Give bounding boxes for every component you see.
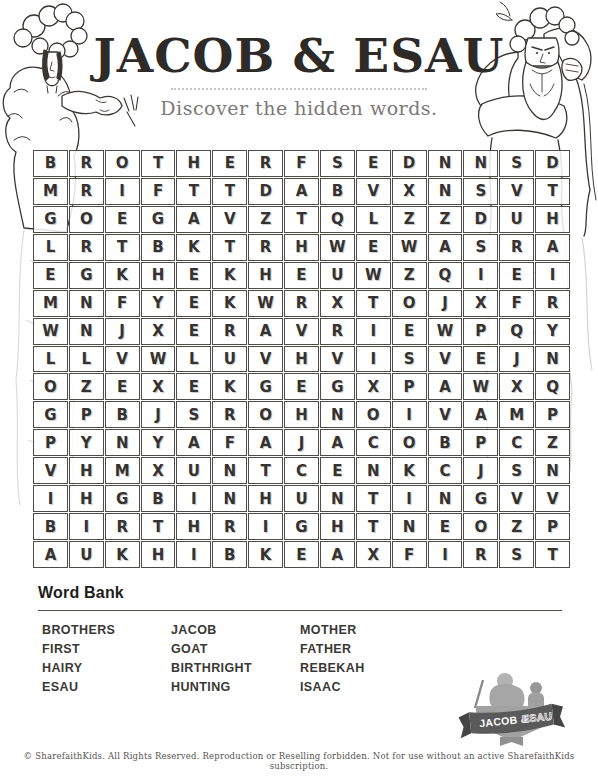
grid-cell[interactable]: E — [176, 318, 211, 345]
grid-cell[interactable]: E — [428, 513, 463, 540]
grid-cell[interactable]: H — [284, 401, 319, 428]
grid-cell[interactable]: P — [463, 318, 498, 345]
grid-cell[interactable]: I — [105, 178, 140, 205]
grid-cell[interactable]: I — [69, 513, 104, 540]
grid-cell[interactable]: J — [141, 401, 176, 428]
grid-cell[interactable]: D — [535, 150, 570, 177]
grid-cell[interactable]: W — [33, 318, 68, 345]
word-bank-column: MOTHERFATHERREBEKAHISAAC — [300, 621, 429, 697]
grid-cell[interactable]: T — [356, 513, 391, 540]
grid-cell[interactable]: X — [356, 541, 391, 568]
grid-cell[interactable]: Y — [141, 429, 176, 456]
grid-cell[interactable]: C — [356, 429, 391, 456]
grid-cell[interactable]: A — [33, 541, 68, 568]
word-bank-item: JACOB — [171, 621, 300, 640]
grid-cell[interactable]: N — [69, 318, 104, 345]
word-bank-item: HAIRY — [42, 659, 171, 678]
grid-cell[interactable]: W — [428, 318, 463, 345]
word-bank-item: MOTHER — [300, 621, 429, 640]
grid-cell[interactable]: R — [105, 513, 140, 540]
word-bank-item: GOAT — [171, 640, 300, 659]
grid-cell[interactable]: O — [105, 150, 140, 177]
grid-cell[interactable]: P — [392, 373, 427, 400]
word-bank-item: ISAAC — [300, 678, 429, 697]
grid-cell[interactable]: G — [248, 373, 283, 400]
grid-cell[interactable]: W — [392, 234, 427, 261]
grid-cell[interactable]: V — [499, 485, 534, 512]
grid-cell[interactable]: O — [356, 401, 391, 428]
grid-cell[interactable]: N — [428, 485, 463, 512]
grid-cell[interactable]: G — [69, 262, 104, 289]
grid-cell[interactable]: S — [499, 150, 534, 177]
copyright-text: © SharefaithKids. All Rights Reserved. R… — [0, 751, 598, 771]
grid-cell[interactable]: J — [463, 457, 498, 484]
grid-cell[interactable]: R — [69, 178, 104, 205]
grid-cell[interactable]: Y — [535, 318, 570, 345]
grid-cell[interactable]: E — [33, 262, 68, 289]
grid-cell[interactable]: A — [176, 429, 211, 456]
grid-cell[interactable]: K — [105, 262, 140, 289]
grid-cell[interactable]: C — [428, 457, 463, 484]
grid-cell[interactable]: I — [535, 262, 570, 289]
grid-cell[interactable]: R — [284, 290, 319, 317]
grid-cell[interactable]: L — [69, 346, 104, 373]
wordsearch-grid: BROTHERFSEDNNSDMRIFTTDABVXNSVTGOEGAVZTQL… — [33, 150, 570, 568]
grid-cell[interactable]: B — [33, 513, 68, 540]
grid-cell[interactable]: I — [33, 485, 68, 512]
grid-cell[interactable]: U — [176, 457, 211, 484]
grid-cell[interactable]: F — [141, 178, 176, 205]
grid-cell[interactable]: H — [176, 150, 211, 177]
grid-cell[interactable]: U — [284, 485, 319, 512]
grid-cell[interactable]: K — [212, 373, 247, 400]
grid-cell[interactable]: I — [463, 262, 498, 289]
grid-cell[interactable]: V — [105, 346, 140, 373]
grid-cell[interactable]: J — [284, 429, 319, 456]
grid-cell[interactable]: W — [463, 373, 498, 400]
grid-cell[interactable]: V — [428, 346, 463, 373]
grid-cell[interactable]: E — [284, 262, 319, 289]
grid-cell[interactable]: W — [248, 290, 283, 317]
grid-cell[interactable]: A — [535, 234, 570, 261]
grid-cell[interactable]: N — [105, 429, 140, 456]
grid-cell[interactable]: B — [212, 541, 247, 568]
grid-cell[interactable]: E — [212, 150, 247, 177]
grid-cell[interactable]: A — [248, 318, 283, 345]
word-bank-item: HUNTING — [171, 678, 300, 697]
grid-cell[interactable]: T — [105, 234, 140, 261]
grid-cell[interactable]: S — [320, 150, 355, 177]
grid-cell[interactable]: W — [320, 234, 355, 261]
grid-cell[interactable]: I — [392, 401, 427, 428]
grid-cell[interactable]: R — [499, 234, 534, 261]
badge-staff-icon — [475, 680, 483, 708]
grid-cell[interactable]: Z — [69, 373, 104, 400]
grid-cell[interactable]: I — [356, 346, 391, 373]
grid-cell[interactable]: A — [248, 429, 283, 456]
grid-cell[interactable]: E — [320, 457, 355, 484]
grid-cell[interactable]: P — [535, 513, 570, 540]
grid-cell[interactable]: S — [463, 178, 498, 205]
word-bank-item: FIRST — [42, 640, 171, 659]
grid-cell[interactable]: S — [499, 541, 534, 568]
grid-cell[interactable]: T — [248, 457, 283, 484]
grid-cell[interactable]: Q — [499, 318, 534, 345]
grid-cell[interactable]: T — [141, 513, 176, 540]
word-bank-divider — [38, 610, 562, 611]
grid-cell[interactable]: R — [248, 234, 283, 261]
grid-cell[interactable]: Z — [535, 429, 570, 456]
grid-cell[interactable]: A — [320, 541, 355, 568]
grid-cell[interactable]: G — [141, 206, 176, 233]
grid-cell[interactable]: I — [176, 541, 211, 568]
grid-cell[interactable]: J — [428, 290, 463, 317]
grid-cell[interactable]: N — [392, 513, 427, 540]
page-title: JACOB & ESAU — [0, 30, 598, 82]
grid-cell[interactable]: I — [428, 541, 463, 568]
grid-cell[interactable]: K — [176, 234, 211, 261]
grid-cell[interactable]: T — [356, 485, 391, 512]
grid-cell[interactable]: L — [176, 346, 211, 373]
grid-cell[interactable]: F — [392, 541, 427, 568]
grid-cell[interactable]: Z — [428, 206, 463, 233]
grid-cell[interactable]: K — [392, 457, 427, 484]
grid-cell[interactable]: L — [33, 234, 68, 261]
grid-cell[interactable]: R — [212, 513, 247, 540]
grid-cell[interactable]: N — [356, 457, 391, 484]
grid-cell[interactable]: I — [176, 485, 211, 512]
grid-cell[interactable]: O — [33, 373, 68, 400]
title-divider — [171, 88, 427, 90]
grid-cell[interactable]: X — [141, 457, 176, 484]
grid-cell[interactable]: O — [392, 429, 427, 456]
grid-cell[interactable]: U — [69, 541, 104, 568]
grid-cell[interactable]: N — [320, 485, 355, 512]
grid-cell[interactable]: R — [69, 150, 104, 177]
grid-cell[interactable]: H — [69, 485, 104, 512]
grid-cell[interactable]: W — [141, 346, 176, 373]
grid-cell[interactable]: X — [356, 373, 391, 400]
grid-cell[interactable]: E — [356, 150, 391, 177]
grid-cell[interactable]: Z — [499, 513, 534, 540]
grid-cell[interactable]: K — [212, 290, 247, 317]
grid-cell[interactable]: I — [248, 513, 283, 540]
grid-cell[interactable]: N — [428, 178, 463, 205]
grid-cell[interactable]: V — [535, 485, 570, 512]
grid-cell[interactable]: S — [463, 234, 498, 261]
grid-cell[interactable]: O — [248, 401, 283, 428]
grid-cell[interactable]: V — [212, 206, 247, 233]
word-bank-item: BROTHERS — [42, 621, 171, 640]
grid-cell[interactable]: N — [535, 457, 570, 484]
grid-cell[interactable]: H — [248, 262, 283, 289]
grid-cell[interactable]: A — [284, 178, 319, 205]
grid-cell[interactable]: E — [392, 318, 427, 345]
grid-cell[interactable]: X — [141, 373, 176, 400]
grid-cell[interactable]: K — [212, 262, 247, 289]
grid-cell[interactable]: E — [356, 234, 391, 261]
grid-cell[interactable]: O — [69, 206, 104, 233]
grid-cell[interactable]: B — [141, 234, 176, 261]
grid-cell[interactable]: X — [320, 290, 355, 317]
grid-cell[interactable]: G — [320, 373, 355, 400]
grid-cell[interactable]: W — [356, 262, 391, 289]
grid-cell[interactable]: U — [212, 346, 247, 373]
grid-cell[interactable]: R — [535, 290, 570, 317]
grid-cell[interactable]: L — [356, 206, 391, 233]
grid-cell[interactable]: T — [535, 541, 570, 568]
grid-cell[interactable]: E — [176, 290, 211, 317]
grid-cell[interactable]: U — [320, 262, 355, 289]
grid-cell[interactable]: H — [248, 485, 283, 512]
grid-cell[interactable]: F — [212, 429, 247, 456]
grid-cell[interactable]: V — [356, 178, 391, 205]
grid-cell[interactable]: B — [33, 150, 68, 177]
grid-cell[interactable]: Z — [248, 206, 283, 233]
grid-cell[interactable]: T — [356, 290, 391, 317]
grid-cell[interactable]: A — [176, 206, 211, 233]
grid-cell[interactable]: Q — [428, 262, 463, 289]
grid-cell[interactable]: E — [463, 346, 498, 373]
grid-cell[interactable]: H — [141, 541, 176, 568]
grid-cell[interactable]: Y — [69, 429, 104, 456]
grid-cell[interactable]: E — [105, 373, 140, 400]
grid-cell[interactable]: T — [212, 178, 247, 205]
grid-cell[interactable]: X — [141, 318, 176, 345]
grid-cell[interactable]: G — [33, 206, 68, 233]
grid-cell[interactable]: S — [499, 457, 534, 484]
grid-cell[interactable]: X — [463, 290, 498, 317]
grid-cell[interactable]: N — [428, 150, 463, 177]
grid-cell[interactable]: C — [499, 429, 534, 456]
grid-cell[interactable]: D — [248, 178, 283, 205]
grid-cell[interactable]: H — [284, 346, 319, 373]
grid-cell[interactable]: M — [499, 401, 534, 428]
grid-cell[interactable]: G — [33, 401, 68, 428]
grid-cell[interactable]: V — [320, 346, 355, 373]
grid-cell[interactable]: H — [176, 513, 211, 540]
grid-cell[interactable]: F — [499, 290, 534, 317]
grid-cell[interactable]: R — [69, 234, 104, 261]
grid-cell[interactable]: M — [105, 457, 140, 484]
grid-cell[interactable]: V — [33, 457, 68, 484]
grid-cell[interactable]: E — [284, 541, 319, 568]
grid-cell[interactable]: L — [33, 346, 68, 373]
grid-cell[interactable]: R — [212, 318, 247, 345]
grid-cell[interactable]: T — [535, 178, 570, 205]
grid-cell[interactable]: K — [105, 541, 140, 568]
grid-cell[interactable]: P — [33, 429, 68, 456]
word-bank-heading: Word Bank — [38, 584, 562, 602]
header: JACOB & ESAU Discover the hidden words. — [0, 0, 598, 119]
grid-cell[interactable]: H — [284, 234, 319, 261]
grid-cell[interactable]: E — [176, 262, 211, 289]
word-bank-item: REBEKAH — [300, 659, 429, 678]
badge-shield-tab-icon — [500, 737, 523, 746]
grid-cell[interactable]: I — [392, 485, 427, 512]
grid-cell[interactable]: T — [141, 150, 176, 177]
word-bank-item: ESAU — [42, 678, 171, 697]
grid-cell[interactable]: X — [499, 373, 534, 400]
grid-cell[interactable]: P — [535, 401, 570, 428]
subtitle: Discover the hidden words. — [0, 97, 598, 119]
grid-cell[interactable]: G — [284, 513, 319, 540]
grid-cell[interactable]: B — [105, 401, 140, 428]
grid-cell[interactable]: R — [248, 150, 283, 177]
grid-cell[interactable]: E — [284, 373, 319, 400]
grid-cell[interactable]: J — [499, 346, 534, 373]
grid-cell[interactable]: B — [141, 485, 176, 512]
grid-cell[interactable]: V — [499, 178, 534, 205]
word-bank-column: JACOBGOATBIRTHRIGHTHUNTING — [171, 621, 300, 697]
grid-cell[interactable]: H — [141, 262, 176, 289]
grid-cell[interactable]: M — [33, 178, 68, 205]
grid-cell[interactable]: K — [248, 541, 283, 568]
grid-cell[interactable]: E — [105, 206, 140, 233]
grid-cell[interactable]: A — [428, 373, 463, 400]
grid-cell[interactable]: F — [105, 290, 140, 317]
grid-cell[interactable]: G — [463, 485, 498, 512]
grid-cell[interactable]: R — [320, 318, 355, 345]
grid-cell[interactable]: D — [392, 150, 427, 177]
grid-cell[interactable]: Y — [141, 290, 176, 317]
grid-cell[interactable]: J — [105, 318, 140, 345]
jacob-esau-badge: JACOB & ESAU — [452, 666, 572, 752]
grid-cell[interactable]: Z — [392, 262, 427, 289]
grid-cell[interactable]: N — [69, 290, 104, 317]
grid-cell[interactable]: V — [428, 401, 463, 428]
grid-cell[interactable]: T — [212, 234, 247, 261]
grid-cell[interactable]: P — [463, 429, 498, 456]
grid-cell[interactable]: T — [284, 206, 319, 233]
grid-cell[interactable]: V — [248, 346, 283, 373]
word-bank-item: FATHER — [300, 640, 429, 659]
grid-cell[interactable]: Q — [320, 206, 355, 233]
grid-cell[interactable]: H — [535, 206, 570, 233]
grid-cell[interactable]: E — [499, 262, 534, 289]
grid-cell[interactable]: R — [212, 401, 247, 428]
grid-cell[interactable]: B — [428, 429, 463, 456]
grid-cell[interactable]: O — [392, 290, 427, 317]
grid-cell[interactable]: H — [320, 513, 355, 540]
grid-cell[interactable]: A — [463, 401, 498, 428]
grid-cell[interactable]: P — [69, 401, 104, 428]
grid-cell[interactable]: G — [105, 485, 140, 512]
word-bank-item: BIRTHRIGHT — [171, 659, 300, 678]
badge-character2-head-icon — [530, 682, 542, 694]
grid-cell[interactable]: Z — [392, 206, 427, 233]
grid-cell[interactable]: H — [69, 457, 104, 484]
grid-cell[interactable]: X — [392, 178, 427, 205]
grid-cell[interactable]: F — [284, 150, 319, 177]
grid-cell[interactable]: N — [535, 346, 570, 373]
grid-cell[interactable]: E — [176, 373, 211, 400]
grid-cell[interactable]: N — [463, 150, 498, 177]
grid-cell[interactable]: A — [320, 429, 355, 456]
worksheet-page: JACOB & ESAU Discover the hidden words. … — [0, 0, 598, 776]
grid-cell[interactable]: N — [320, 401, 355, 428]
grid-cell[interactable]: I — [356, 318, 391, 345]
grid-cell[interactable]: N — [212, 485, 247, 512]
grid-cell[interactable]: U — [499, 206, 534, 233]
grid-cell[interactable]: S — [392, 346, 427, 373]
grid-cell[interactable]: B — [320, 178, 355, 205]
grid-cell[interactable]: O — [463, 513, 498, 540]
grid-cell[interactable]: M — [33, 290, 68, 317]
grid-cell[interactable]: T — [176, 178, 211, 205]
grid-cell[interactable]: C — [284, 457, 319, 484]
word-bank-column: BROTHERSFIRSTHAIRYESAU — [42, 621, 171, 697]
grid-cell[interactable]: S — [176, 401, 211, 428]
grid-cell[interactable]: N — [212, 457, 247, 484]
grid-cell[interactable]: Q — [535, 373, 570, 400]
grid-cell[interactable]: A — [428, 234, 463, 261]
grid-cell[interactable]: V — [284, 318, 319, 345]
grid-cell[interactable]: D — [463, 206, 498, 233]
grid-cell[interactable]: R — [463, 541, 498, 568]
